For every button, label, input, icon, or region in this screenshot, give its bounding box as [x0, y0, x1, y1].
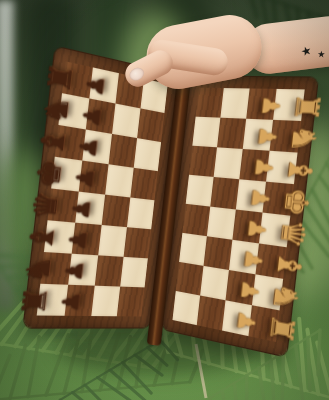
board-square — [214, 147, 243, 179]
board-grid-right — [172, 88, 304, 342]
board-square — [68, 254, 98, 286]
board-square — [98, 225, 127, 257]
board-square — [37, 284, 68, 316]
board-square — [273, 89, 305, 121]
board-square — [91, 286, 120, 317]
chess-board: ♜♞♝♚♛♝♞♜♟♟♟♟♟♟♟♟ ♟♟♟♟♟♟♟♟♜♞♝♚♛♝♞♜ — [19, 44, 322, 361]
board-square — [112, 104, 140, 139]
board-square — [79, 161, 109, 195]
board-grid-left — [37, 61, 168, 316]
board-square — [105, 164, 134, 197]
board-square — [239, 149, 269, 182]
board-square — [89, 67, 119, 103]
board-square — [189, 146, 217, 177]
board-square — [124, 227, 152, 258]
board-square — [246, 88, 276, 119]
board-square — [120, 257, 148, 288]
board-square — [117, 287, 145, 317]
board-square — [222, 300, 252, 336]
board-square — [58, 93, 89, 129]
board-square — [210, 177, 239, 210]
board-square — [95, 255, 124, 286]
board-square — [44, 220, 75, 253]
board-square — [130, 168, 157, 200]
thumb-nail — [127, 65, 146, 83]
board-square — [220, 88, 249, 119]
board-square — [196, 88, 224, 118]
board-square — [192, 117, 220, 148]
board-square — [255, 243, 286, 278]
board-square — [197, 296, 226, 331]
board-square — [55, 125, 86, 161]
board-square — [229, 240, 259, 275]
board-square — [248, 305, 279, 342]
star-tattoo-icon: ★ — [299, 44, 313, 59]
board-square — [75, 192, 105, 225]
board-square — [62, 61, 93, 98]
board-square — [179, 233, 207, 266]
board-square — [182, 204, 210, 236]
photo-chess-travel-set: ♜♞♝♚♛♝♞♜♟♟♟♟♟♟♟♟ ♟♟♟♟♟♟♟♟♜♞♝♚♛♝♞♜ ★ ★ — [0, 0, 329, 400]
board-square — [263, 182, 294, 216]
board-square — [225, 270, 255, 305]
board-square — [259, 213, 290, 248]
board-square — [270, 120, 302, 153]
board-square — [186, 175, 214, 207]
board-square — [82, 130, 112, 165]
board-square — [236, 179, 266, 212]
star-tattoo-icon: ★ — [317, 50, 325, 59]
board-square — [40, 252, 71, 285]
board-square — [217, 118, 246, 149]
board-square — [203, 236, 232, 270]
board-square — [86, 98, 116, 133]
board-square — [252, 274, 283, 310]
board-square — [207, 207, 236, 240]
board-square — [134, 138, 161, 171]
board-square — [137, 108, 164, 142]
board-square — [172, 291, 200, 325]
board-square — [65, 285, 95, 316]
board-square — [243, 119, 273, 151]
board-square — [51, 157, 82, 192]
board-square — [266, 151, 298, 184]
board-square — [109, 134, 138, 168]
board-square — [176, 262, 204, 296]
board-square — [72, 223, 102, 256]
board-square — [200, 266, 229, 300]
board-square — [127, 197, 155, 229]
board-square — [102, 195, 131, 228]
board-square — [232, 210, 262, 244]
board-square — [48, 188, 79, 222]
